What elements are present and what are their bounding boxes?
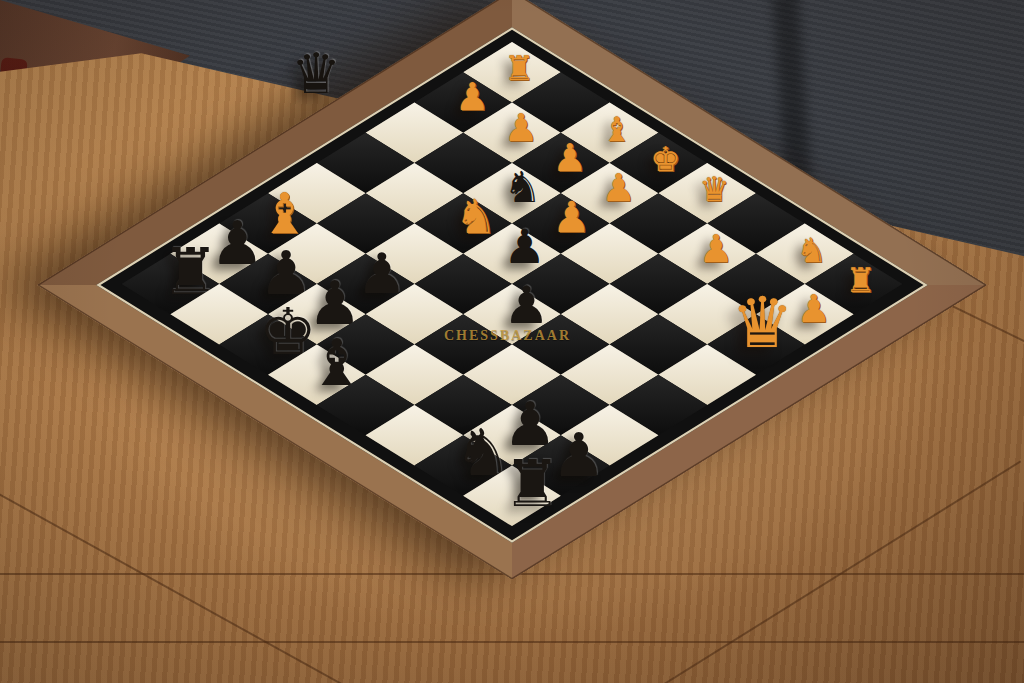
piece-white-queen[interactable]: ♛ bbox=[699, 172, 729, 206]
piece-white-pawn[interactable]: ♟ bbox=[552, 196, 590, 239]
piece-black-rook[interactable]: ♜ bbox=[503, 451, 561, 516]
piece-white-rook[interactable]: ♜ bbox=[504, 51, 534, 85]
piece-white-pawn[interactable]: ♟ bbox=[699, 229, 733, 267]
spare-black-queen[interactable]: ♛ bbox=[291, 46, 341, 102]
watermark-text: CHESSBAZAAR bbox=[444, 328, 571, 344]
piece-black-pawn[interactable]: ♟ bbox=[503, 222, 545, 269]
piece-white-pawn[interactable]: ♟ bbox=[601, 169, 635, 207]
piece-white-rook[interactable]: ♜ bbox=[845, 263, 875, 297]
piece-white-king[interactable]: ♚ bbox=[650, 142, 680, 176]
piece-black-knight[interactable]: ♞ bbox=[504, 165, 542, 208]
scene: ♜♝♚♛♞♜♟♟♟♟♟♟♞♟♞♟♟♝♟♟♟♟♟♟♜♚♝♞♜ ♛ ♛ CHESSB… bbox=[0, 0, 1024, 683]
table-seam bbox=[0, 641, 1024, 643]
piece-white-pawn[interactable]: ♟ bbox=[504, 108, 538, 146]
piece-white-pawn[interactable]: ♟ bbox=[552, 138, 586, 176]
piece-white-pawn[interactable]: ♟ bbox=[796, 290, 830, 328]
piece-white-bishop[interactable]: ♝ bbox=[601, 111, 631, 145]
piece-white-knight[interactable]: ♞ bbox=[455, 192, 497, 239]
piece-white-pawn[interactable]: ♟ bbox=[455, 78, 489, 116]
spare-white-queen[interactable]: ♛ bbox=[731, 288, 794, 358]
piece-white-knight[interactable]: ♞ bbox=[797, 232, 827, 266]
piece-black-pawn[interactable]: ♟ bbox=[503, 280, 549, 332]
